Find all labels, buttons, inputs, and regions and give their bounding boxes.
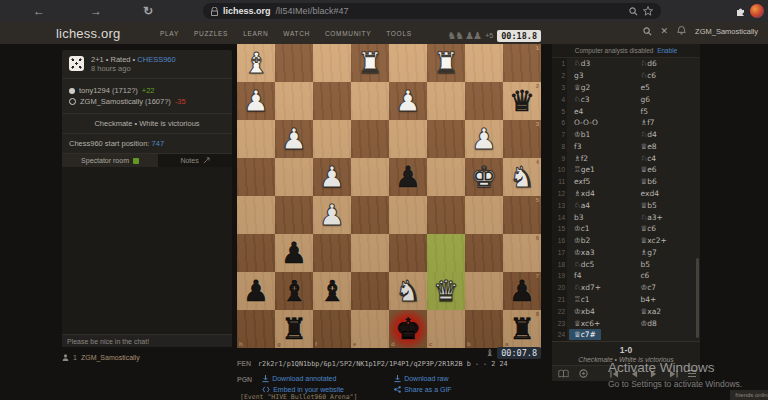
square-c5[interactable] — [427, 196, 465, 234]
move-5-white[interactable]: e4 — [567, 105, 634, 117]
white-player-bar: ♞♞ ♟♟ +5 00:18.8 — [237, 28, 541, 43]
square-h8[interactable]: h — [237, 310, 275, 348]
square-a3[interactable]: 3 — [503, 120, 541, 158]
square-h1[interactable]: ♝ — [237, 44, 275, 82]
move-number: 11 — [552, 176, 567, 188]
square-c2[interactable] — [427, 82, 465, 120]
square-d1[interactable] — [389, 44, 427, 82]
move-number: 1 — [552, 58, 567, 70]
square-h7[interactable]: ♟ — [237, 272, 275, 310]
spectator-icon — [62, 354, 69, 361]
challenge-icon[interactable]: ✕ — [661, 26, 669, 36]
move-number: 20 — [552, 282, 567, 294]
friends-online-bar[interactable]: friends online — [730, 390, 768, 400]
square-b4[interactable]: ♚ — [465, 158, 503, 196]
move-4-white[interactable]: ♘c3 — [567, 93, 634, 105]
move-12-white[interactable]: ♗xd4 — [567, 188, 634, 200]
rank-label: 1 — [536, 45, 539, 51]
square-e3[interactable] — [351, 120, 389, 158]
move-8-black[interactable]: ♕e8 — [634, 140, 701, 152]
chat-toggle[interactable] — [133, 158, 139, 164]
move-7-white[interactable]: ♔b1 — [567, 129, 634, 141]
move-12-black[interactable]: exd4 — [634, 188, 701, 200]
square-e7[interactable] — [351, 272, 389, 310]
square-e8[interactable]: e — [351, 310, 389, 348]
move-number: 13 — [552, 199, 567, 211]
chat-input[interactable]: Please be nice in the chat! — [62, 334, 232, 347]
browser-back-icon[interactable]: ← — [33, 2, 45, 20]
rank-label: 5 — [536, 197, 539, 203]
move-11-white[interactable]: exf5 — [567, 176, 634, 188]
pgn-download-annotated-link[interactable]: Download annotated — [262, 373, 394, 384]
square-a4[interactable]: ♞4 — [503, 158, 541, 196]
square-b5[interactable] — [465, 196, 503, 234]
analysis-disabled-text: Computer analysis disabled — [575, 47, 654, 54]
black-player-bar: ♝ 00:07.8 — [237, 346, 541, 359]
black-pawn: ♟ — [389, 158, 427, 196]
move-17-white[interactable]: ♔xa3 — [567, 247, 634, 259]
move-13-white[interactable]: ♘a4 — [567, 199, 634, 211]
move-number: 16 — [552, 235, 567, 247]
analysis-enable-link[interactable]: Enable — [657, 47, 677, 54]
move-number: 4 — [552, 93, 567, 105]
pgn-event-tag: [Event "HIVE Bullet960 Arena"] — [240, 393, 357, 400]
move-23-white[interactable]: ♕xc6+ — [567, 317, 634, 329]
move-number: 14 — [552, 211, 567, 223]
square-e6[interactable] — [351, 234, 389, 272]
move-number: 24 — [552, 329, 567, 341]
move-number: 5 — [552, 105, 567, 117]
move-10-black[interactable]: ♕e6 — [634, 164, 701, 176]
square-c3[interactable] — [427, 120, 465, 158]
notifications-bell-icon[interactable] — [677, 26, 686, 36]
move-23-black[interactable]: ♔d8 — [634, 317, 701, 329]
move-19-black[interactable]: c6 — [634, 270, 701, 282]
white-pawn: ♟ — [313, 196, 351, 234]
move-9-black[interactable]: ♘c4 — [634, 152, 701, 164]
friends-online-label: friends online — [735, 392, 768, 398]
white-pawn: ♟ — [465, 120, 503, 158]
bookmark-star-icon[interactable] — [643, 6, 653, 16]
chat-resize-icon[interactable] — [203, 157, 210, 164]
move-21-black[interactable]: b4+ — [634, 294, 701, 306]
fen-value[interactable]: r2k2r1/p1QN1bbp/6p1/5P2/NK1p1P2/1P4P1/q2… — [258, 360, 508, 368]
move-number: 7 — [552, 129, 567, 141]
move-5-black[interactable]: f5 — [634, 105, 701, 117]
square-g2[interactable] — [275, 82, 313, 120]
square-g5[interactable] — [275, 196, 313, 234]
black-bishop: ♝ — [313, 272, 351, 310]
activate-windows-title: Activate Windows — [608, 360, 715, 375]
move-7-black[interactable]: ♘d4 — [634, 129, 701, 141]
move-15-white[interactable]: ♔c1 — [567, 223, 634, 235]
move-10-white[interactable]: ♖ge1 — [567, 164, 634, 176]
move-number: 23 — [552, 317, 567, 329]
rank-label: 6 — [536, 235, 539, 241]
square-a7[interactable]: ♟7 — [503, 272, 541, 310]
move-list: 1♘d3♘d62g3♘c63♕g2e54♘c3g65e4f56O-O-O♗f77… — [552, 58, 700, 341]
black-clock: 00:07.8 — [497, 347, 541, 359]
move-6-black[interactable]: ♗f7 — [634, 117, 701, 129]
move-number: 22 — [552, 305, 567, 317]
chess960-die-icon — [69, 56, 84, 71]
rank-label: 4 — [536, 159, 539, 165]
notes-label: Notes — [180, 157, 198, 164]
spectator-count: 1 — [73, 354, 77, 361]
move-24-black — [634, 329, 701, 341]
square-f3[interactable] — [313, 120, 351, 158]
square-d5[interactable] — [389, 196, 427, 234]
move-18-white[interactable]: ♘dc5 — [567, 258, 634, 270]
white-king: ♚ — [465, 158, 503, 196]
move-20-black[interactable]: ♔c7 — [634, 282, 701, 294]
move-2-black[interactable]: ♘c6 — [634, 70, 701, 82]
nav-play[interactable]: PLAY — [160, 30, 179, 37]
rank-label: 3 — [536, 121, 539, 127]
move-22-white[interactable]: ♔xb4 — [567, 305, 634, 317]
square-a1[interactable]: 1 — [503, 44, 541, 82]
move-19-white[interactable]: f4 — [567, 270, 634, 282]
move-11-black[interactable]: ♕b6 — [634, 176, 701, 188]
chat-panel: Spectator room Notes Please be nice in t… — [62, 154, 232, 347]
move-14-black[interactable]: ♘a3+ — [634, 211, 701, 223]
browser-refresh-icon[interactable]: ↻ — [143, 2, 153, 20]
spectator-name[interactable]: ZGM_Samostically — [81, 354, 140, 361]
square-c8[interactable]: c — [427, 310, 465, 348]
move-3-black[interactable]: e5 — [634, 82, 701, 94]
white-color-icon — [69, 88, 75, 94]
browser-profile-avatar[interactable] — [750, 4, 764, 18]
share-icon — [394, 386, 401, 393]
white-rating-change: +22 — [142, 86, 155, 95]
move-1-white[interactable]: ♘d3 — [567, 58, 634, 70]
square-f4[interactable]: ♟ — [313, 158, 351, 196]
move-number: 12 — [552, 188, 567, 200]
browser-toolbar: ← → ↻ lichess.org/lI54IMeI/black#47 — [0, 0, 768, 23]
move-21-white[interactable]: ♖c1 — [567, 294, 634, 306]
url-path: /lI54IMeI/black#47 — [276, 6, 349, 16]
url-host: lichess.org — [223, 6, 271, 16]
black-color-icon — [69, 98, 76, 105]
tab-notes[interactable]: Notes — [158, 154, 232, 167]
move-number: 21 — [552, 294, 567, 306]
square-b1[interactable] — [465, 44, 503, 82]
move-22-black[interactable]: ♕xa2 — [634, 305, 701, 317]
chat-messages — [62, 167, 232, 334]
variant-link[interactable]: CHESS960 — [137, 55, 175, 64]
logged-in-username[interactable]: ZGM_Samostically — [695, 27, 758, 36]
white-clock: 00:18.8 — [497, 30, 541, 42]
move-16-black[interactable]: ♕xc2+ — [634, 235, 701, 247]
browser-forward-icon[interactable]: → — [90, 2, 102, 20]
lock-icon — [211, 7, 218, 16]
move-2-white[interactable]: g3 — [567, 70, 634, 82]
black-rating-change: -35 — [175, 97, 186, 106]
square-e1[interactable]: ♜ — [351, 44, 389, 82]
move-number: 17 — [552, 247, 567, 259]
embed-icon — [262, 386, 270, 393]
square-a8[interactable]: ♜a8 — [503, 310, 541, 348]
move-15-black[interactable]: ♕c6 — [634, 223, 701, 235]
pgn-download-raw-link[interactable]: Download raw — [394, 373, 526, 384]
square-h2[interactable]: ♟ — [237, 82, 275, 120]
square-f1[interactable] — [313, 44, 351, 82]
extensions-puzzle-icon[interactable] — [736, 6, 747, 17]
tab-spectator-room[interactable]: Spectator room — [62, 154, 158, 167]
square-d4[interactable]: ♟ — [389, 158, 427, 196]
black-pawn: ♟ — [237, 272, 275, 310]
white-captured-material: ♞♞ ♟♟ — [447, 30, 481, 41]
square-c6[interactable] — [427, 234, 465, 272]
spectator-list: 1 ZGM_Samostically — [62, 354, 140, 361]
move-number: 6 — [552, 117, 567, 129]
move-6-white[interactable]: O-O-O — [567, 117, 634, 129]
find-icon[interactable] — [629, 7, 638, 16]
search-icon[interactable] — [643, 27, 652, 36]
black-player[interactable]: ZGM_Samostically (1607?) — [80, 97, 171, 106]
move-4-black[interactable]: g6 — [634, 93, 701, 105]
game-setup-text: 2+1 • Rated • — [91, 55, 137, 64]
square-e5[interactable] — [351, 196, 389, 234]
square-h5[interactable] — [237, 196, 275, 234]
square-f8[interactable]: f — [313, 310, 351, 348]
white-rook: ♜ — [427, 44, 465, 82]
game-date: 8 hours ago — [91, 64, 176, 73]
black-captured-material: ♝ — [485, 347, 493, 358]
white-pawn: ♟ — [237, 82, 275, 120]
move-14-white[interactable]: b3 — [567, 211, 634, 223]
square-b2[interactable] — [465, 82, 503, 120]
square-g4[interactable] — [275, 158, 313, 196]
square-a6[interactable]: 6 — [503, 234, 541, 272]
fen-label: FEN — [237, 360, 251, 367]
white-queen: ♛ — [427, 272, 465, 310]
square-c7[interactable]: ♛ — [427, 272, 465, 310]
black-pawn: ♟ — [275, 234, 313, 272]
nav-puzzles[interactable]: PUZZLES — [194, 30, 228, 37]
move-8-white[interactable]: f3 — [567, 140, 634, 152]
lichess-logo[interactable]: lichess.org — [56, 26, 120, 41]
square-b7[interactable] — [465, 272, 503, 310]
square-d3[interactable] — [389, 120, 427, 158]
square-d6[interactable] — [389, 234, 427, 272]
white-pawn: ♟ — [313, 158, 351, 196]
square-g7[interactable]: ♝ — [275, 272, 313, 310]
square-f6[interactable] — [313, 234, 351, 272]
square-d7[interactable]: ♞ — [389, 272, 427, 310]
move-number: 3 — [552, 82, 567, 94]
white-player[interactable]: tony1294 (1712?) — [79, 86, 138, 95]
move-16-white[interactable]: ♔b2 — [567, 235, 634, 247]
move-24-white[interactable]: ♕c7# — [567, 329, 634, 341]
move-number: 8 — [552, 140, 567, 152]
square-a5[interactable]: 5 — [503, 196, 541, 234]
white-rook: ♜ — [351, 44, 389, 82]
square-d8[interactable]: ♚d — [389, 310, 427, 348]
analysis-gauge-icon[interactable] — [579, 369, 588, 378]
opening-book-icon[interactable] — [558, 369, 569, 378]
game-result-text: Checkmate • White is victorious — [62, 113, 232, 133]
move-18-black[interactable]: b5 — [634, 258, 701, 270]
square-e4[interactable] — [351, 158, 389, 196]
square-f7[interactable]: ♝ — [313, 272, 351, 310]
move-1-black[interactable]: ♘d6 — [634, 58, 701, 70]
move-number: 15 — [552, 223, 567, 235]
square-d2[interactable]: ♟ — [389, 82, 427, 120]
move-20-white[interactable]: ♘xd7+ — [567, 282, 634, 294]
square-b8[interactable]: b — [465, 310, 503, 348]
fen-row: FEN r2k2r1/p1QN1bbp/6p1/5P2/NK1p1P2/1P4P… — [237, 360, 567, 368]
move-number: 2 — [552, 70, 567, 82]
board: ♝♜♜1♟♟♛2♟♟3♟♟♚♞4♟5♟6♟♝♝♞♛♟7h♜gfe♚dcb♜a8 — [237, 44, 541, 348]
move-17-black[interactable]: ♗g7 — [634, 247, 701, 259]
square-b3[interactable]: ♟ — [465, 120, 503, 158]
move-number: 18 — [552, 258, 567, 270]
result-score: 1-0 — [552, 345, 700, 355]
square-a2[interactable]: ♛2 — [503, 82, 541, 120]
page: ← → ↻ lichess.org/lI54IMeI/black#47 lich… — [0, 0, 768, 400]
square-g1[interactable] — [275, 44, 313, 82]
move-3-white[interactable]: ♕g2 — [567, 82, 634, 94]
square-f5[interactable]: ♟ — [313, 196, 351, 234]
pgn-share-gif-link[interactable]: Share as a GIF — [394, 384, 526, 395]
rank-label: 7 — [536, 273, 539, 279]
square-c4[interactable] — [427, 158, 465, 196]
square-g6[interactable]: ♟ — [275, 234, 313, 272]
start-position-label: Chess960 start position: — [69, 139, 152, 148]
move-number: 9 — [552, 152, 567, 164]
rank-label: 2 — [536, 83, 539, 89]
square-c1[interactable]: ♜ — [427, 44, 465, 82]
white-material-advantage: +5 — [485, 32, 493, 39]
start-position-link[interactable]: 747 — [152, 139, 165, 148]
square-f2[interactable] — [313, 82, 351, 120]
download-icon — [394, 375, 401, 383]
rank-label: 8 — [536, 311, 539, 317]
spectator-room-label: Spectator room — [81, 157, 129, 164]
white-pawn: ♟ — [275, 120, 313, 158]
square-g8[interactable]: ♜g — [275, 310, 313, 348]
square-h6[interactable] — [237, 234, 275, 272]
black-bishop: ♝ — [275, 272, 313, 310]
square-b6[interactable] — [465, 234, 503, 272]
move-number: 10 — [552, 164, 567, 176]
move-number: 19 — [552, 270, 567, 282]
white-pawn: ♟ — [389, 82, 427, 120]
move-9-white[interactable]: ♗f2 — [567, 152, 634, 164]
square-g3[interactable]: ♟ — [275, 120, 313, 158]
address-bar[interactable]: lichess.org/lI54IMeI/black#47 — [203, 3, 661, 19]
white-knight: ♞ — [389, 272, 427, 310]
download-icon — [262, 375, 269, 383]
move-list-scrollbar[interactable] — [696, 258, 699, 338]
square-h4[interactable] — [237, 158, 275, 196]
activate-windows-subtitle: Go to Settings to activate Windows. — [608, 379, 742, 389]
white-bishop: ♝ — [237, 44, 275, 82]
move-panel: Computer analysis disabled Enable 1♘d3♘d… — [552, 44, 700, 381]
square-e2[interactable] — [351, 82, 389, 120]
square-h3[interactable] — [237, 120, 275, 158]
move-13-black[interactable]: ♕b5 — [634, 199, 701, 211]
pgn-row: PGN Download annotated Download raw Embe… — [237, 373, 567, 395]
